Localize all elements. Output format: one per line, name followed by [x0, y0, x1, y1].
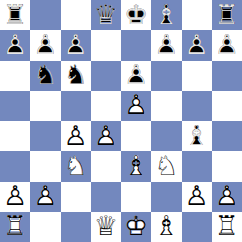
square-d5[interactable]: [91, 91, 121, 121]
black-knight[interactable]: ♞♘: [30, 61, 60, 91]
square-b2[interactable]: ♟♙: [30, 182, 60, 212]
black-queen[interactable]: ♛♕: [91, 0, 121, 30]
square-c5[interactable]: [61, 91, 91, 121]
white-pawn-outline: ♙: [121, 91, 151, 120]
white-king[interactable]: ♚♔: [121, 212, 151, 242]
square-e4[interactable]: [121, 121, 151, 151]
black-bishop[interactable]: ♝♗: [151, 0, 181, 30]
black-pawn-outline: ♙: [151, 30, 181, 59]
black-queen-outline: ♕: [91, 0, 121, 29]
square-d7[interactable]: [91, 30, 121, 60]
square-d3[interactable]: [91, 151, 121, 181]
square-c6[interactable]: ♞♘: [61, 61, 91, 91]
black-bishop-outline: ♗: [182, 121, 212, 150]
square-e8[interactable]: ♚♔: [121, 0, 151, 30]
white-knight[interactable]: ♞♘: [151, 151, 181, 181]
square-g6[interactable]: [182, 61, 212, 91]
square-h5[interactable]: [212, 91, 242, 121]
square-a6[interactable]: [0, 61, 30, 91]
square-d4[interactable]: ♟♙: [91, 121, 121, 151]
square-b7[interactable]: ♟♙: [30, 30, 60, 60]
square-a4[interactable]: [0, 121, 30, 151]
square-f5[interactable]: [151, 91, 181, 121]
square-e6[interactable]: ♟♙: [121, 61, 151, 91]
white-knight[interactable]: ♞♘: [61, 151, 91, 181]
black-pawn[interactable]: ♟♙: [121, 61, 151, 91]
black-king[interactable]: ♚♔: [121, 0, 151, 30]
square-f1[interactable]: ♝♗: [151, 212, 181, 242]
square-b6[interactable]: ♞♘: [30, 61, 60, 91]
white-pawn-outline: ♙: [212, 182, 242, 211]
white-rook-outline: ♖: [212, 212, 242, 241]
white-pawn[interactable]: ♟♙: [61, 121, 91, 151]
square-e5[interactable]: ♟♙: [121, 91, 151, 121]
square-a2[interactable]: ♟♙: [0, 182, 30, 212]
white-knight-outline: ♘: [61, 151, 91, 180]
square-g2[interactable]: ♟♙: [182, 182, 212, 212]
square-a3[interactable]: [0, 151, 30, 181]
black-rook[interactable]: ♜♖: [212, 0, 242, 30]
white-rook[interactable]: ♜♖: [212, 212, 242, 242]
white-queen-outline: ♕: [91, 212, 121, 241]
white-pawn[interactable]: ♟♙: [30, 182, 60, 212]
square-b3[interactable]: [30, 151, 60, 181]
black-pawn-outline: ♙: [121, 61, 151, 90]
black-rook-outline: ♖: [212, 0, 242, 29]
white-bishop-outline: ♗: [151, 212, 181, 241]
black-pawn[interactable]: ♟♙: [0, 30, 30, 60]
square-a5[interactable]: [0, 91, 30, 121]
square-h3[interactable]: [212, 151, 242, 181]
black-king-outline: ♔: [121, 0, 151, 29]
square-e7[interactable]: [121, 30, 151, 60]
chess-board: ♜♖♛♕♚♔♝♗♜♖♟♙♟♙♟♙♟♙♟♙♟♙♞♘♞♘♟♙♟♙♟♙♟♙♝♗♞♘♝♗…: [0, 0, 242, 242]
square-g4[interactable]: ♝♗: [182, 121, 212, 151]
black-knight-outline: ♘: [61, 61, 91, 90]
square-g3[interactable]: [182, 151, 212, 181]
black-pawn[interactable]: ♟♙: [182, 30, 212, 60]
square-c2[interactable]: [61, 182, 91, 212]
square-f3[interactable]: ♞♘: [151, 151, 181, 181]
white-bishop[interactable]: ♝♗: [151, 212, 181, 242]
black-pawn[interactable]: ♟♙: [30, 30, 60, 60]
white-rook[interactable]: ♜♖: [0, 212, 30, 242]
square-d2[interactable]: [91, 182, 121, 212]
black-pawn[interactable]: ♟♙: [61, 30, 91, 60]
white-pawn-outline: ♙: [61, 121, 91, 150]
square-a1[interactable]: ♜♖: [0, 212, 30, 242]
square-e1[interactable]: ♚♔: [121, 212, 151, 242]
chess-board-wrap: ♜♖♛♕♚♔♝♗♜♖♟♙♟♙♟♙♟♙♟♙♟♙♞♘♞♘♟♙♟♙♟♙♟♙♝♗♞♘♝♗…: [0, 0, 242, 242]
square-b4[interactable]: [30, 121, 60, 151]
white-pawn[interactable]: ♟♙: [91, 121, 121, 151]
white-pawn-outline: ♙: [30, 182, 60, 211]
white-bishop[interactable]: ♝♗: [121, 151, 151, 181]
white-knight-outline: ♘: [151, 151, 181, 180]
square-c7[interactable]: ♟♙: [61, 30, 91, 60]
square-c3[interactable]: ♞♘: [61, 151, 91, 181]
square-c8[interactable]: [61, 0, 91, 30]
square-d1[interactable]: ♛♕: [91, 212, 121, 242]
square-e2[interactable]: [121, 182, 151, 212]
square-h1[interactable]: ♜♖: [212, 212, 242, 242]
square-b1[interactable]: [30, 212, 60, 242]
black-knight[interactable]: ♞♘: [61, 61, 91, 91]
white-queen[interactable]: ♛♕: [91, 212, 121, 242]
black-pawn[interactable]: ♟♙: [151, 30, 181, 60]
white-pawn[interactable]: ♟♙: [0, 182, 30, 212]
black-pawn-outline: ♙: [30, 30, 60, 59]
black-knight-outline: ♘: [30, 61, 60, 90]
white-king-outline: ♔: [121, 212, 151, 241]
square-f7[interactable]: ♟♙: [151, 30, 181, 60]
square-h8[interactable]: ♜♖: [212, 0, 242, 30]
square-g5[interactable]: [182, 91, 212, 121]
square-b8[interactable]: [30, 0, 60, 30]
white-pawn-outline: ♙: [182, 182, 212, 211]
black-pawn-outline: ♙: [61, 30, 91, 59]
black-pawn[interactable]: ♟♙: [212, 30, 242, 60]
black-rook[interactable]: ♜♖: [0, 0, 30, 30]
black-pawn-outline: ♙: [212, 30, 242, 59]
white-pawn-outline: ♙: [0, 182, 30, 211]
white-bishop-outline: ♗: [121, 151, 151, 180]
square-e3[interactable]: ♝♗: [121, 151, 151, 181]
black-pawn-outline: ♙: [182, 30, 212, 59]
black-rook-outline: ♖: [0, 0, 30, 29]
black-pawn-outline: ♙: [0, 30, 30, 59]
square-h4[interactable]: [212, 121, 242, 151]
square-h6[interactable]: [212, 61, 242, 91]
square-g8[interactable]: [182, 0, 212, 30]
white-rook-outline: ♖: [0, 212, 30, 241]
square-f2[interactable]: [151, 182, 181, 212]
white-pawn[interactable]: ♟♙: [121, 91, 151, 121]
square-g1[interactable]: [182, 212, 212, 242]
white-pawn[interactable]: ♟♙: [212, 182, 242, 212]
white-pawn-outline: ♙: [91, 121, 121, 150]
square-a8[interactable]: ♜♖: [0, 0, 30, 30]
square-f4[interactable]: [151, 121, 181, 151]
square-h2[interactable]: ♟♙: [212, 182, 242, 212]
square-f6[interactable]: [151, 61, 181, 91]
square-g7[interactable]: ♟♙: [182, 30, 212, 60]
square-c4[interactable]: ♟♙: [61, 121, 91, 151]
square-h7[interactable]: ♟♙: [212, 30, 242, 60]
black-bishop[interactable]: ♝♗: [182, 121, 212, 151]
square-d8[interactable]: ♛♕: [91, 0, 121, 30]
square-f8[interactable]: ♝♗: [151, 0, 181, 30]
black-bishop-outline: ♗: [151, 0, 181, 29]
square-a7[interactable]: ♟♙: [0, 30, 30, 60]
square-b5[interactable]: [30, 91, 60, 121]
square-d6[interactable]: [91, 61, 121, 91]
square-c1[interactable]: [61, 212, 91, 242]
white-pawn[interactable]: ♟♙: [182, 182, 212, 212]
